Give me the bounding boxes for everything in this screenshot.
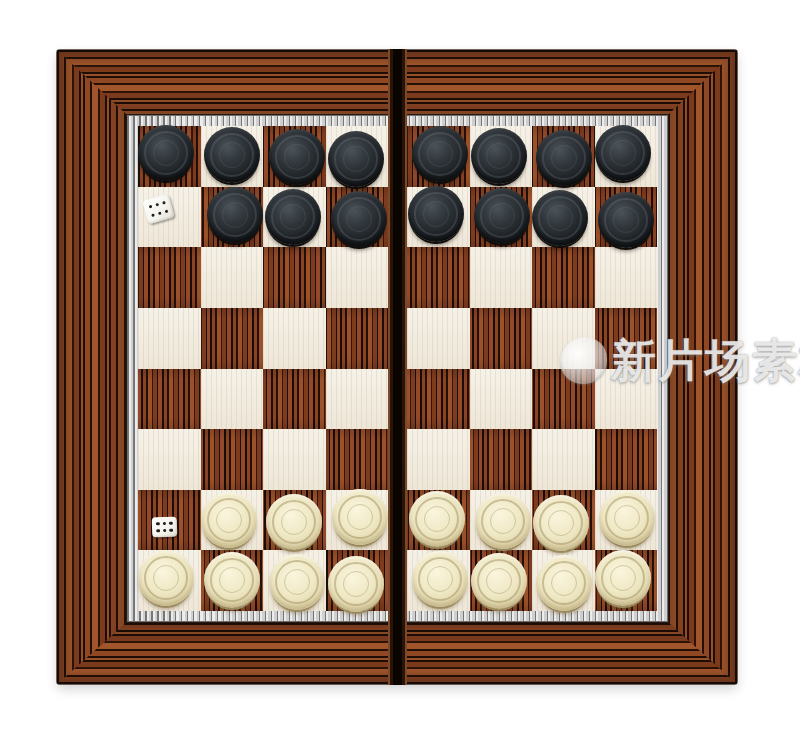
square-r7c6[interactable] xyxy=(470,490,533,551)
square-r8c8[interactable] xyxy=(595,550,658,611)
white-checker[interactable] xyxy=(475,493,531,549)
board-half-right xyxy=(407,126,657,611)
square-r5c1[interactable] xyxy=(138,369,201,430)
white-checker[interactable] xyxy=(138,550,194,606)
square-r1c8[interactable] xyxy=(595,126,658,187)
square-r6c2[interactable] xyxy=(201,429,264,490)
white-checker[interactable] xyxy=(332,489,388,545)
square-r1c6[interactable] xyxy=(470,126,533,187)
board-half-left xyxy=(138,126,388,611)
square-r8c1[interactable] xyxy=(138,550,201,611)
square-r4c7[interactable] xyxy=(532,308,595,369)
square-r7c7[interactable] xyxy=(532,490,595,551)
die-pip xyxy=(151,213,155,217)
square-r2c6[interactable] xyxy=(470,187,533,248)
die-pip xyxy=(169,528,173,532)
square-r6c3[interactable] xyxy=(263,429,326,490)
square-r7c4[interactable] xyxy=(326,490,389,551)
frame-left xyxy=(57,50,127,684)
square-r5c7[interactable] xyxy=(532,369,595,430)
square-r6c1[interactable] xyxy=(138,429,201,490)
square-r4c1[interactable] xyxy=(138,308,201,369)
black-checker[interactable] xyxy=(598,192,654,248)
square-r8c5[interactable] xyxy=(407,550,470,611)
white-checker[interactable] xyxy=(269,554,325,610)
black-checker[interactable] xyxy=(265,189,321,245)
die-pip xyxy=(156,529,160,533)
white-checker[interactable] xyxy=(409,491,465,547)
black-checker[interactable] xyxy=(408,186,464,242)
square-r2c4[interactable] xyxy=(326,187,389,248)
board-hinge-seam xyxy=(388,49,407,685)
square-r4c5[interactable] xyxy=(407,308,470,369)
black-checker[interactable] xyxy=(536,130,592,186)
black-checker[interactable] xyxy=(412,126,468,182)
white-checker[interactable] xyxy=(266,494,322,550)
square-r2c7[interactable] xyxy=(532,187,595,248)
square-r8c4[interactable] xyxy=(326,550,389,611)
square-r6c8[interactable] xyxy=(595,429,658,490)
square-r6c6[interactable] xyxy=(470,429,533,490)
square-r3c8[interactable] xyxy=(595,247,658,308)
die-pip xyxy=(148,204,152,208)
black-checker[interactable] xyxy=(328,131,384,187)
square-r3c1[interactable] xyxy=(138,247,201,308)
square-r2c3[interactable] xyxy=(263,187,326,248)
square-r1c5[interactable] xyxy=(407,126,470,187)
black-checker[interactable] xyxy=(269,129,325,185)
square-r5c5[interactable] xyxy=(407,369,470,430)
black-checker[interactable] xyxy=(474,188,530,244)
square-r4c4[interactable] xyxy=(326,308,389,369)
die[interactable] xyxy=(142,193,175,224)
square-r4c8[interactable] xyxy=(595,308,658,369)
square-r1c2[interactable] xyxy=(201,126,264,187)
white-checker[interactable] xyxy=(595,550,651,606)
square-r5c6[interactable] xyxy=(470,369,533,430)
square-r6c7[interactable] xyxy=(532,429,595,490)
game-board xyxy=(57,50,737,684)
square-r3c3[interactable] xyxy=(263,247,326,308)
white-checker[interactable] xyxy=(201,492,257,548)
square-r1c7[interactable] xyxy=(532,126,595,187)
square-r4c2[interactable] xyxy=(201,308,264,369)
black-checker[interactable] xyxy=(138,125,194,181)
die-pip xyxy=(163,528,167,532)
white-checker[interactable] xyxy=(412,551,468,607)
black-checker[interactable] xyxy=(595,125,651,181)
square-r3c5[interactable] xyxy=(407,247,470,308)
die-pip xyxy=(169,521,173,525)
square-r5c3[interactable] xyxy=(263,369,326,430)
white-checker[interactable] xyxy=(328,556,384,612)
die-pip xyxy=(162,200,166,204)
square-r8c7[interactable] xyxy=(532,550,595,611)
square-r4c3[interactable] xyxy=(263,308,326,369)
black-checker[interactable] xyxy=(207,187,263,243)
white-checker[interactable] xyxy=(533,495,589,551)
square-r7c2[interactable] xyxy=(201,490,264,551)
square-r2c8[interactable] xyxy=(595,187,658,248)
square-r1c1[interactable] xyxy=(138,126,201,187)
square-r8c6[interactable] xyxy=(470,550,533,611)
white-checker[interactable] xyxy=(599,490,655,546)
square-r5c8[interactable] xyxy=(595,369,658,430)
square-r4c6[interactable] xyxy=(470,308,533,369)
die-pip xyxy=(164,209,168,213)
square-r5c2[interactable] xyxy=(201,369,264,430)
square-r5c4[interactable] xyxy=(326,369,389,430)
square-r7c1[interactable] xyxy=(138,490,201,551)
die-pip xyxy=(163,521,167,525)
square-r6c4[interactable] xyxy=(326,429,389,490)
square-r8c2[interactable] xyxy=(201,550,264,611)
square-r1c3[interactable] xyxy=(263,126,326,187)
frame-right xyxy=(668,50,737,684)
die-pip xyxy=(156,522,160,526)
square-r2c1[interactable] xyxy=(138,187,201,248)
white-checker[interactable] xyxy=(536,555,592,611)
black-checker[interactable] xyxy=(204,127,260,183)
square-r3c7[interactable] xyxy=(532,247,595,308)
square-r1c4[interactable] xyxy=(326,126,389,187)
white-checker[interactable] xyxy=(204,552,260,608)
square-r3c2[interactable] xyxy=(201,247,264,308)
black-checker[interactable] xyxy=(331,191,387,247)
die-pip xyxy=(155,202,159,206)
square-r7c3[interactable] xyxy=(263,490,326,551)
square-r6c5[interactable] xyxy=(407,429,470,490)
square-r2c5[interactable] xyxy=(407,187,470,248)
black-checker[interactable] xyxy=(471,128,527,184)
square-r7c5[interactable] xyxy=(407,490,470,551)
black-checker[interactable] xyxy=(532,190,588,246)
square-r3c4[interactable] xyxy=(326,247,389,308)
square-r8c3[interactable] xyxy=(263,550,326,611)
die-pip xyxy=(158,211,162,215)
die[interactable] xyxy=(152,516,178,537)
white-checker[interactable] xyxy=(471,553,527,609)
stock-photo-canvas: 新片场素材 xyxy=(0,0,800,732)
square-r3c6[interactable] xyxy=(470,247,533,308)
square-r7c8[interactable] xyxy=(595,490,658,551)
square-r2c2[interactable] xyxy=(201,187,264,248)
